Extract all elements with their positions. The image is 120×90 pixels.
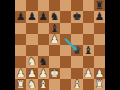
black-pawn[interactable]: ♟ — [16, 11, 25, 22]
black-pawn[interactable]: ♟ — [38, 11, 47, 22]
white-bishop[interactable]: ♝ — [38, 78, 47, 89]
square-g4[interactable]: ♝ — [83, 45, 94, 56]
square-h7[interactable]: ♟ — [94, 11, 105, 22]
square-d5[interactable]: ♟ — [49, 34, 60, 45]
square-a6[interactable] — [15, 23, 26, 34]
white-rook[interactable]: ♜ — [16, 78, 25, 89]
black-queen[interactable]: ♛ — [72, 45, 81, 56]
square-h1[interactable]: ♜ — [94, 79, 105, 90]
black-bishop[interactable]: ♝ — [83, 45, 92, 56]
black-king[interactable]: ♚ — [72, 11, 81, 22]
letterbox-right — [105, 0, 120, 90]
square-g2[interactable]: ♟ — [83, 68, 94, 79]
white-king[interactable]: ♚ — [50, 67, 59, 78]
black-pawn[interactable]: ♟ — [27, 11, 36, 22]
square-b7[interactable]: ♟ — [26, 11, 37, 22]
square-e2[interactable] — [60, 68, 71, 79]
square-a4[interactable] — [15, 45, 26, 56]
white-pawn[interactable]: ♟ — [83, 67, 92, 78]
square-a5[interactable] — [15, 34, 26, 45]
square-a7[interactable]: ♟ — [15, 11, 26, 22]
square-f6[interactable] — [71, 23, 82, 34]
square-d4[interactable] — [49, 45, 60, 56]
square-e5[interactable] — [60, 34, 71, 45]
square-h6[interactable] — [94, 23, 105, 34]
square-e3[interactable] — [60, 56, 71, 67]
square-a1[interactable]: ♜ — [15, 79, 26, 90]
square-g1[interactable] — [83, 79, 94, 90]
square-g7[interactable] — [83, 11, 94, 22]
square-c5[interactable] — [38, 34, 49, 45]
square-d1[interactable] — [49, 79, 60, 90]
white-bishop[interactable]: ♝ — [72, 78, 81, 89]
square-c7[interactable]: ♟ — [38, 11, 49, 22]
square-e6[interactable] — [60, 23, 71, 34]
square-f4[interactable]: ♛ — [71, 45, 82, 56]
square-e8[interactable] — [60, 0, 71, 11]
white-knight[interactable]: ♞ — [27, 78, 36, 89]
square-g8[interactable] — [83, 0, 94, 11]
square-h4[interactable] — [94, 45, 105, 56]
white-pawn[interactable]: ♟ — [50, 33, 59, 44]
square-c6[interactable] — [38, 23, 49, 34]
square-e4[interactable] — [60, 45, 71, 56]
square-b6[interactable] — [26, 23, 37, 34]
square-h5[interactable] — [94, 34, 105, 45]
square-d2[interactable]: ♚ — [49, 68, 60, 79]
square-b5[interactable] — [26, 34, 37, 45]
chess-board[interactable]: ♜♟♟♟♞♚♟♝♟♛♝♞♞♟♟♟♚♟♟♜♞♝♝♜ — [15, 0, 105, 90]
square-f7[interactable]: ♚ — [71, 11, 82, 22]
square-f3[interactable] — [71, 56, 82, 67]
square-e7[interactable] — [60, 11, 71, 22]
white-rook[interactable]: ♜ — [95, 78, 104, 89]
square-c1[interactable]: ♝ — [38, 79, 49, 90]
square-e1[interactable] — [60, 79, 71, 90]
square-f1[interactable]: ♝ — [71, 79, 82, 90]
square-b1[interactable]: ♞ — [26, 79, 37, 90]
chess-screenshot: ♜♟♟♟♞♚♟♝♟♛♝♞♞♟♟♟♚♟♟♜♞♝♝♜ — [0, 0, 120, 90]
letterbox-left — [0, 0, 15, 90]
black-pawn[interactable]: ♟ — [95, 11, 104, 22]
square-g6[interactable] — [83, 23, 94, 34]
